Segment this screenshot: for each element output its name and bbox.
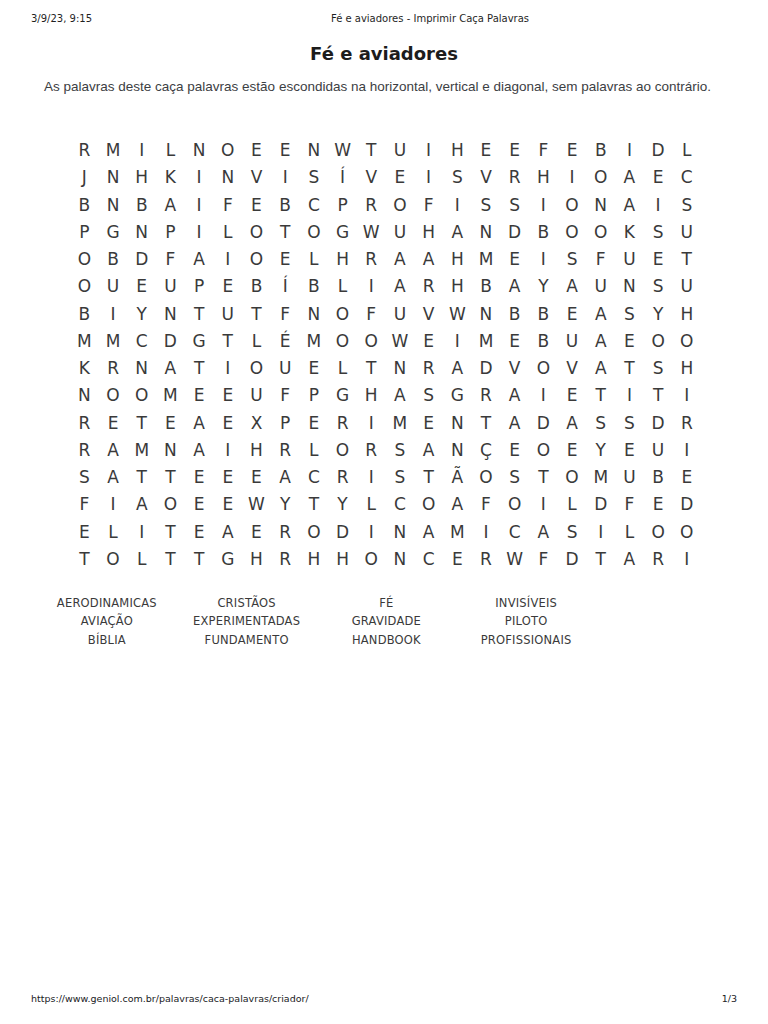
grid-cell-r4c19: O	[586, 219, 615, 246]
grid-cell-r6c4: U	[156, 273, 185, 300]
grid-cell-r10c17: I	[529, 382, 558, 409]
word-list: AERODINAMICASCRISTÃOSFÉINVISÍVEISAVIAÇÃO…	[37, 594, 596, 649]
grid-cell-r11c2: E	[99, 410, 128, 437]
grid-cell-r13c4: T	[156, 464, 185, 491]
grid-cell-r7c21: Y	[644, 301, 673, 328]
page-title: Fé e aviadores	[0, 43, 768, 64]
grid-cell-r10c10: G	[328, 382, 357, 409]
grid-cell-r3c16: S	[500, 192, 529, 219]
grid-cell-r9c21: S	[644, 355, 673, 382]
grid-cell-r15c18: S	[558, 519, 587, 546]
grid-cell-r12c5: A	[185, 437, 214, 464]
grid-cell-r15c8: R	[271, 519, 300, 546]
grid-cell-r8c14: I	[443, 328, 472, 355]
grid-cell-r5c16: E	[500, 246, 529, 273]
grid-cell-r7c16: B	[500, 301, 529, 328]
grid-cell-r6c7: B	[242, 273, 271, 300]
grid-cell-r16c22: I	[672, 546, 701, 573]
grid-cell-r2c14: S	[443, 164, 472, 191]
grid-cell-r4c9: O	[300, 219, 329, 246]
grid-cell-r1c21: D	[644, 137, 673, 164]
grid-cell-r7c19: A	[586, 301, 615, 328]
grid-cell-r1c7: E	[242, 137, 271, 164]
grid-cell-r1c3: I	[127, 137, 156, 164]
grid-cell-r4c10: G	[328, 219, 357, 246]
grid-cell-r16c5: T	[185, 546, 214, 573]
grid-cell-r15c14: M	[443, 519, 472, 546]
grid-cell-r10c8: F	[271, 382, 300, 409]
grid-cell-r15c11: I	[357, 519, 386, 546]
grid-cell-r11c4: E	[156, 410, 185, 437]
grid-cell-r15c2: L	[99, 519, 128, 546]
grid-cell-r1c15: E	[472, 137, 501, 164]
grid-cell-r3c3: B	[127, 192, 156, 219]
grid-cell-r13c3: T	[127, 464, 156, 491]
grid-cell-r1c5: N	[185, 137, 214, 164]
grid-cell-r11c7: X	[242, 410, 271, 437]
grid-cell-r5c2: B	[99, 246, 128, 273]
grid-cell-r5c8: E	[271, 246, 300, 273]
grid-cell-r6c3: E	[127, 273, 156, 300]
grid-cell-r14c12: C	[386, 491, 415, 518]
grid-cell-r5c6: I	[213, 246, 242, 273]
grid-cell-r2c9: S	[300, 164, 329, 191]
grid-cell-r8c9: M	[300, 328, 329, 355]
word-item: BÍBLIA	[37, 631, 177, 649]
grid-cell-r12c2: A	[99, 437, 128, 464]
grid-cell-r14c2: I	[99, 491, 128, 518]
grid-cell-r2c17: H	[529, 164, 558, 191]
grid-cell-r9c9: E	[300, 355, 329, 382]
grid-cell-r8c4: D	[156, 328, 185, 355]
grid-cell-r1c2: M	[99, 137, 128, 164]
grid-cell-r15c12: N	[386, 519, 415, 546]
grid-cell-r15c4: T	[156, 519, 185, 546]
grid-cell-r16c10: H	[328, 546, 357, 573]
grid-cell-r4c16: D	[500, 219, 529, 246]
grid-cell-r7c10: O	[328, 301, 357, 328]
grid-cell-r9c5: T	[185, 355, 214, 382]
grid-cell-r7c5: T	[185, 301, 214, 328]
grid-cell-r9c14: A	[443, 355, 472, 382]
grid-cell-r6c9: B	[300, 273, 329, 300]
grid-cell-r16c2: O	[99, 546, 128, 573]
grid-cell-r12c20: E	[615, 437, 644, 464]
grid-cell-r6c21: S	[644, 273, 673, 300]
grid-cell-r1c16: E	[500, 137, 529, 164]
grid-cell-r5c9: L	[300, 246, 329, 273]
grid-cell-r9c19: A	[586, 355, 615, 382]
grid-cell-r3c14: I	[443, 192, 472, 219]
print-footer: https://www.geniol.com.br/palavras/caca-…	[31, 993, 737, 1004]
word-item: EXPERIMENTADAS	[177, 612, 317, 630]
grid-cell-r8c7: L	[242, 328, 271, 355]
grid-cell-r7c7: T	[242, 301, 271, 328]
grid-cell-r7c22: H	[672, 301, 701, 328]
footer-url: https://www.geniol.com.br/palavras/caca-…	[31, 993, 309, 1004]
grid-cell-r6c1: O	[70, 273, 99, 300]
grid-cell-r14c14: A	[443, 491, 472, 518]
word-item: AERODINAMICAS	[37, 594, 177, 612]
grid-cell-r3c2: N	[99, 192, 128, 219]
grid-cell-r3c12: O	[386, 192, 415, 219]
word-item: CRISTÃOS	[177, 594, 317, 612]
grid-cell-r12c13: A	[414, 437, 443, 464]
grid-cell-r4c13: H	[414, 219, 443, 246]
grid-cell-r2c21: E	[644, 164, 673, 191]
grid-cell-r14c22: D	[672, 491, 701, 518]
grid-cell-r8c2: M	[99, 328, 128, 355]
grid-cell-r16c15: R	[472, 546, 501, 573]
grid-cell-r6c6: E	[213, 273, 242, 300]
grid-cell-r13c5: E	[185, 464, 214, 491]
grid-cell-r1c11: T	[357, 137, 386, 164]
grid-cell-r10c6: E	[213, 382, 242, 409]
print-page: 3/9/23, 9:15 Fé e aviadores - Imprimir C…	[0, 0, 768, 1024]
grid-cell-r6c5: P	[185, 273, 214, 300]
grid-cell-r4c6: L	[213, 219, 242, 246]
grid-cell-r14c19: D	[586, 491, 615, 518]
grid-cell-r2c2: N	[99, 164, 128, 191]
grid-cell-r14c17: I	[529, 491, 558, 518]
grid-cell-r14c3: A	[127, 491, 156, 518]
grid-cell-r3c5: I	[185, 192, 214, 219]
grid-cell-r8c13: E	[414, 328, 443, 355]
grid-cell-r1c1: R	[70, 137, 99, 164]
grid-cell-r2c11: V	[357, 164, 386, 191]
grid-cell-r6c8: Í	[271, 273, 300, 300]
grid-cell-r6c2: U	[99, 273, 128, 300]
grid-cell-r8c6: T	[213, 328, 242, 355]
grid-cell-r2c19: O	[586, 164, 615, 191]
grid-cell-r7c15: N	[472, 301, 501, 328]
grid-cell-r1c6: O	[213, 137, 242, 164]
grid-cell-r13c16: S	[500, 464, 529, 491]
grid-cell-r4c14: A	[443, 219, 472, 246]
grid-cell-r9c11: T	[357, 355, 386, 382]
grid-cell-r10c4: M	[156, 382, 185, 409]
grid-cell-r2c16: R	[500, 164, 529, 191]
grid-cell-r2c20: A	[615, 164, 644, 191]
grid-cell-r13c10: R	[328, 464, 357, 491]
grid-cell-r14c10: Y	[328, 491, 357, 518]
grid-cell-r14c16: O	[500, 491, 529, 518]
grid-cell-r8c15: M	[472, 328, 501, 355]
grid-cell-r4c1: P	[70, 219, 99, 246]
grid-cell-r8c5: G	[185, 328, 214, 355]
grid-cell-r4c7: O	[242, 219, 271, 246]
grid-cell-r10c5: E	[185, 382, 214, 409]
grid-cell-r1c19: B	[586, 137, 615, 164]
grid-cell-r7c20: S	[615, 301, 644, 328]
grid-cell-r15c6: A	[213, 519, 242, 546]
grid-cell-r15c7: E	[242, 519, 271, 546]
grid-cell-r2c18: I	[558, 164, 587, 191]
grid-cell-r11c21: D	[644, 410, 673, 437]
grid-cell-r7c4: N	[156, 301, 185, 328]
grid-cell-r8c11: O	[357, 328, 386, 355]
grid-cell-r12c21: U	[644, 437, 673, 464]
grid-cell-r7c11: F	[357, 301, 386, 328]
grid-cell-r8c3: C	[127, 328, 156, 355]
grid-cell-r1c4: L	[156, 137, 185, 164]
grid-cell-r1c18: E	[558, 137, 587, 164]
grid-cell-r12c22: I	[672, 437, 701, 464]
grid-cell-r15c9: O	[300, 519, 329, 546]
grid-cell-r5c22: T	[672, 246, 701, 273]
grid-cell-r3c19: N	[586, 192, 615, 219]
grid-cell-r15c5: E	[185, 519, 214, 546]
grid-cell-r3c4: A	[156, 192, 185, 219]
grid-cell-r15c22: O	[672, 519, 701, 546]
grid-cell-r12c12: S	[386, 437, 415, 464]
grid-cell-r13c15: O	[472, 464, 501, 491]
grid-cell-r16c4: T	[156, 546, 185, 573]
grid-cell-r4c5: I	[185, 219, 214, 246]
grid-cell-r11c13: E	[414, 410, 443, 437]
grid-cell-r3c10: P	[328, 192, 357, 219]
grid-cell-r3c22: S	[672, 192, 701, 219]
grid-cell-r3c9: C	[300, 192, 329, 219]
grid-cell-r5c5: A	[185, 246, 214, 273]
grid-cell-r1c9: N	[300, 137, 329, 164]
grid-cell-r16c19: T	[586, 546, 615, 573]
grid-cell-r2c7: V	[242, 164, 271, 191]
grid-cell-r10c13: S	[414, 382, 443, 409]
grid-cell-r13c6: E	[213, 464, 242, 491]
grid-cell-r16c20: A	[615, 546, 644, 573]
grid-cell-r1c14: H	[443, 137, 472, 164]
grid-cell-r4c21: S	[644, 219, 673, 246]
grid-cell-r2c5: I	[185, 164, 214, 191]
grid-cell-r2c4: K	[156, 164, 185, 191]
grid-cell-r6c14: H	[443, 273, 472, 300]
grid-cell-r6c17: Y	[529, 273, 558, 300]
grid-cell-r5c15: M	[472, 246, 501, 273]
grid-cell-r6c20: N	[615, 273, 644, 300]
grid-cell-r7c3: Y	[127, 301, 156, 328]
grid-cell-r1c8: E	[271, 137, 300, 164]
grid-cell-r10c1: N	[70, 382, 99, 409]
grid-cell-r15c20: L	[615, 519, 644, 546]
grid-cell-r12c16: E	[500, 437, 529, 464]
grid-cell-r5c12: A	[386, 246, 415, 273]
grid-cell-r14c8: Y	[271, 491, 300, 518]
grid-cell-r2c3: H	[127, 164, 156, 191]
grid-cell-r10c7: U	[242, 382, 271, 409]
word-item: PILOTO	[456, 612, 596, 630]
grid-cell-r12c3: M	[127, 437, 156, 464]
grid-cell-r9c22: H	[672, 355, 701, 382]
grid-cell-r12c7: H	[242, 437, 271, 464]
grid-cell-r3c20: A	[615, 192, 644, 219]
grid-cell-r6c16: A	[500, 273, 529, 300]
grid-cell-r10c14: G	[443, 382, 472, 409]
grid-cell-r1c10: W	[328, 137, 357, 164]
grid-cell-r6c15: B	[472, 273, 501, 300]
grid-cell-r11c22: R	[672, 410, 701, 437]
grid-cell-r1c13: I	[414, 137, 443, 164]
grid-cell-r2c6: N	[213, 164, 242, 191]
grid-cell-r5c10: H	[328, 246, 357, 273]
grid-cell-r10c19: T	[586, 382, 615, 409]
grid-cell-r16c8: R	[271, 546, 300, 573]
grid-cell-r10c22: I	[672, 382, 701, 409]
grid-cell-r13c19: M	[586, 464, 615, 491]
grid-cell-r11c9: E	[300, 410, 329, 437]
grid-cell-r9c12: N	[386, 355, 415, 382]
grid-cell-r7c13: V	[414, 301, 443, 328]
grid-cell-r11c16: A	[500, 410, 529, 437]
grid-cell-r2c13: I	[414, 164, 443, 191]
grid-cell-r4c8: T	[271, 219, 300, 246]
grid-cell-r11c20: S	[615, 410, 644, 437]
grid-cell-r9c8: U	[271, 355, 300, 382]
grid-cell-r16c11: O	[357, 546, 386, 573]
grid-cell-r6c11: I	[357, 273, 386, 300]
grid-cell-r4c12: U	[386, 219, 415, 246]
word-item: AVIAÇÃO	[37, 612, 177, 630]
word-item: FÉ	[317, 594, 457, 612]
grid-cell-r3c11: R	[357, 192, 386, 219]
grid-cell-r2c8: I	[271, 164, 300, 191]
grid-cell-r12c6: I	[213, 437, 242, 464]
grid-cell-r3c15: S	[472, 192, 501, 219]
grid-cell-r13c8: A	[271, 464, 300, 491]
grid-cell-r14c5: E	[185, 491, 214, 518]
grid-cell-r13c14: Ã	[443, 464, 472, 491]
grid-cell-r15c16: C	[500, 519, 529, 546]
grid-cell-r13c21: B	[644, 464, 673, 491]
grid-cell-r14c4: O	[156, 491, 185, 518]
grid-cell-r8c10: O	[328, 328, 357, 355]
header-datetime: 3/9/23, 9:15	[31, 13, 92, 24]
grid-cell-r3c1: B	[70, 192, 99, 219]
grid-cell-r6c18: A	[558, 273, 587, 300]
grid-cell-r10c11: H	[357, 382, 386, 409]
word-search-grid: RMILNOEENWTUIHEEFEBIDLJNHKINVISÍVEISVRHI…	[70, 137, 701, 573]
grid-cell-r12c17: O	[529, 437, 558, 464]
grid-cell-r14c13: O	[414, 491, 443, 518]
grid-cell-r13c12: S	[386, 464, 415, 491]
grid-cell-r1c12: U	[386, 137, 415, 164]
grid-cell-r13c9: C	[300, 464, 329, 491]
grid-cell-r7c9: N	[300, 301, 329, 328]
grid-cell-r12c10: O	[328, 437, 357, 464]
grid-cell-r8c12: W	[386, 328, 415, 355]
grid-cell-r12c14: N	[443, 437, 472, 464]
grid-cell-r9c4: A	[156, 355, 185, 382]
grid-cell-r9c15: D	[472, 355, 501, 382]
grid-cell-r11c18: A	[558, 410, 587, 437]
grid-cell-r10c16: A	[500, 382, 529, 409]
grid-cell-r11c12: M	[386, 410, 415, 437]
grid-cell-r11c19: S	[586, 410, 615, 437]
grid-cell-r9c18: V	[558, 355, 587, 382]
grid-cell-r16c13: C	[414, 546, 443, 573]
page-number: 1/3	[722, 993, 737, 1004]
grid-cell-r9c10: L	[328, 355, 357, 382]
grid-cell-r1c20: I	[615, 137, 644, 164]
grid-cell-r8c21: O	[644, 328, 673, 355]
grid-cell-r11c8: P	[271, 410, 300, 437]
grid-cell-r16c12: N	[386, 546, 415, 573]
grid-cell-r1c22: L	[672, 137, 701, 164]
grid-cell-r13c11: I	[357, 464, 386, 491]
grid-cell-r14c15: F	[472, 491, 501, 518]
grid-cell-r5c11: R	[357, 246, 386, 273]
grid-cell-r14c6: E	[213, 491, 242, 518]
grid-cell-r2c1: J	[70, 164, 99, 191]
grid-cell-r11c14: N	[443, 410, 472, 437]
grid-cell-r15c1: E	[70, 519, 99, 546]
grid-cell-r13c20: U	[615, 464, 644, 491]
word-item: PROFISSIONAIS	[456, 631, 596, 649]
grid-cell-r14c20: F	[615, 491, 644, 518]
grid-cell-r11c11: I	[357, 410, 386, 437]
grid-cell-r16c3: L	[127, 546, 156, 573]
grid-cell-r14c11: L	[357, 491, 386, 518]
grid-cell-r14c7: W	[242, 491, 271, 518]
grid-cell-r16c14: E	[443, 546, 472, 573]
grid-cell-r15c13: A	[414, 519, 443, 546]
grid-cell-r8c20: E	[615, 328, 644, 355]
grid-cell-r4c4: P	[156, 219, 185, 246]
grid-cell-r12c11: R	[357, 437, 386, 464]
grid-cell-r12c18: E	[558, 437, 587, 464]
grid-cell-r7c1: B	[70, 301, 99, 328]
grid-cell-r11c10: R	[328, 410, 357, 437]
grid-cell-r8c8: É	[271, 328, 300, 355]
grid-cell-r16c1: T	[70, 546, 99, 573]
grid-cell-r1c17: F	[529, 137, 558, 164]
grid-cell-r9c6: I	[213, 355, 242, 382]
grid-cell-r13c1: S	[70, 464, 99, 491]
grid-cell-r7c14: W	[443, 301, 472, 328]
grid-cell-r13c7: E	[242, 464, 271, 491]
grid-cell-r13c22: E	[672, 464, 701, 491]
grid-cell-r12c1: R	[70, 437, 99, 464]
grid-cell-r4c15: N	[472, 219, 501, 246]
grid-cell-r10c15: R	[472, 382, 501, 409]
grid-cell-r15c10: D	[328, 519, 357, 546]
grid-cell-r16c6: G	[213, 546, 242, 573]
grid-cell-r11c1: R	[70, 410, 99, 437]
grid-cell-r6c13: R	[414, 273, 443, 300]
instructions-text: As palavras deste caça palavras estão es…	[44, 74, 744, 100]
grid-cell-r12c9: L	[300, 437, 329, 464]
grid-cell-r6c22: U	[672, 273, 701, 300]
grid-cell-r16c21: R	[644, 546, 673, 573]
grid-cell-r5c13: A	[414, 246, 443, 273]
grid-cell-r7c8: F	[271, 301, 300, 328]
grid-cell-r10c3: O	[127, 382, 156, 409]
grid-cell-r3c21: I	[644, 192, 673, 219]
header-doc-title: Fé e aviadores - Imprimir Caça Palavras	[331, 13, 529, 24]
grid-cell-r2c15: V	[472, 164, 501, 191]
grid-cell-r6c12: A	[386, 273, 415, 300]
grid-cell-r15c17: A	[529, 519, 558, 546]
grid-cell-r4c2: G	[99, 219, 128, 246]
grid-cell-r2c10: Í	[328, 164, 357, 191]
grid-cell-r5c17: I	[529, 246, 558, 273]
grid-cell-r10c2: O	[99, 382, 128, 409]
grid-cell-r16c9: H	[300, 546, 329, 573]
grid-cell-r5c18: S	[558, 246, 587, 273]
grid-cell-r12c4: N	[156, 437, 185, 464]
grid-cell-r11c15: T	[472, 410, 501, 437]
grid-cell-r5c7: O	[242, 246, 271, 273]
